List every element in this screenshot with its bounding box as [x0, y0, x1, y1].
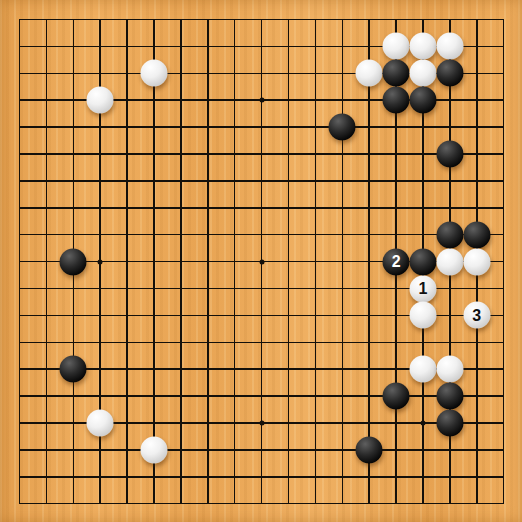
black-stone	[383, 383, 410, 410]
move-number-label: 1	[410, 275, 437, 302]
star-point	[259, 421, 264, 426]
move-number-label: 2	[383, 248, 410, 275]
black-stone	[436, 410, 463, 437]
grid-line-horizontal	[19, 476, 505, 478]
white-stone	[141, 60, 168, 87]
black-stone: 2	[383, 248, 410, 275]
white-stone: 1	[410, 275, 437, 302]
star-point	[259, 98, 264, 103]
white-stone	[410, 302, 437, 329]
black-stone	[383, 60, 410, 87]
black-stone	[436, 221, 463, 248]
grid-line-horizontal	[19, 449, 505, 451]
white-stone	[436, 248, 463, 275]
white-stone	[463, 248, 490, 275]
black-stone	[436, 60, 463, 87]
white-stone	[436, 356, 463, 383]
black-stone	[410, 248, 437, 275]
grid-line-vertical	[503, 19, 505, 505]
white-stone	[383, 33, 410, 60]
white-stone: 3	[463, 302, 490, 329]
black-stone	[356, 436, 383, 463]
white-stone	[436, 33, 463, 60]
grid-line-vertical	[315, 19, 317, 505]
grid-line-horizontal	[19, 503, 505, 505]
go-board[interactable]: 213	[0, 0, 522, 522]
grid-line-vertical	[288, 19, 290, 505]
black-stone	[60, 248, 87, 275]
black-stone	[60, 356, 87, 383]
move-number-label: 3	[463, 302, 490, 329]
grid-line-horizontal	[19, 342, 505, 344]
grid-line-horizontal	[19, 395, 505, 397]
white-stone	[141, 436, 168, 463]
black-stone	[410, 87, 437, 114]
white-stone	[410, 356, 437, 383]
white-stone	[87, 87, 114, 114]
black-stone	[463, 221, 490, 248]
star-point	[98, 259, 103, 264]
white-stone	[410, 33, 437, 60]
grid-line-vertical	[342, 19, 344, 505]
black-stone	[383, 87, 410, 114]
white-stone	[87, 410, 114, 437]
black-stone	[329, 114, 356, 141]
star-point	[421, 421, 426, 426]
go-board-diagram: 213	[0, 0, 522, 522]
black-stone	[436, 141, 463, 168]
star-point	[259, 259, 264, 264]
grid-line-vertical	[368, 19, 370, 505]
black-stone	[436, 383, 463, 410]
white-stone	[356, 60, 383, 87]
white-stone	[410, 60, 437, 87]
